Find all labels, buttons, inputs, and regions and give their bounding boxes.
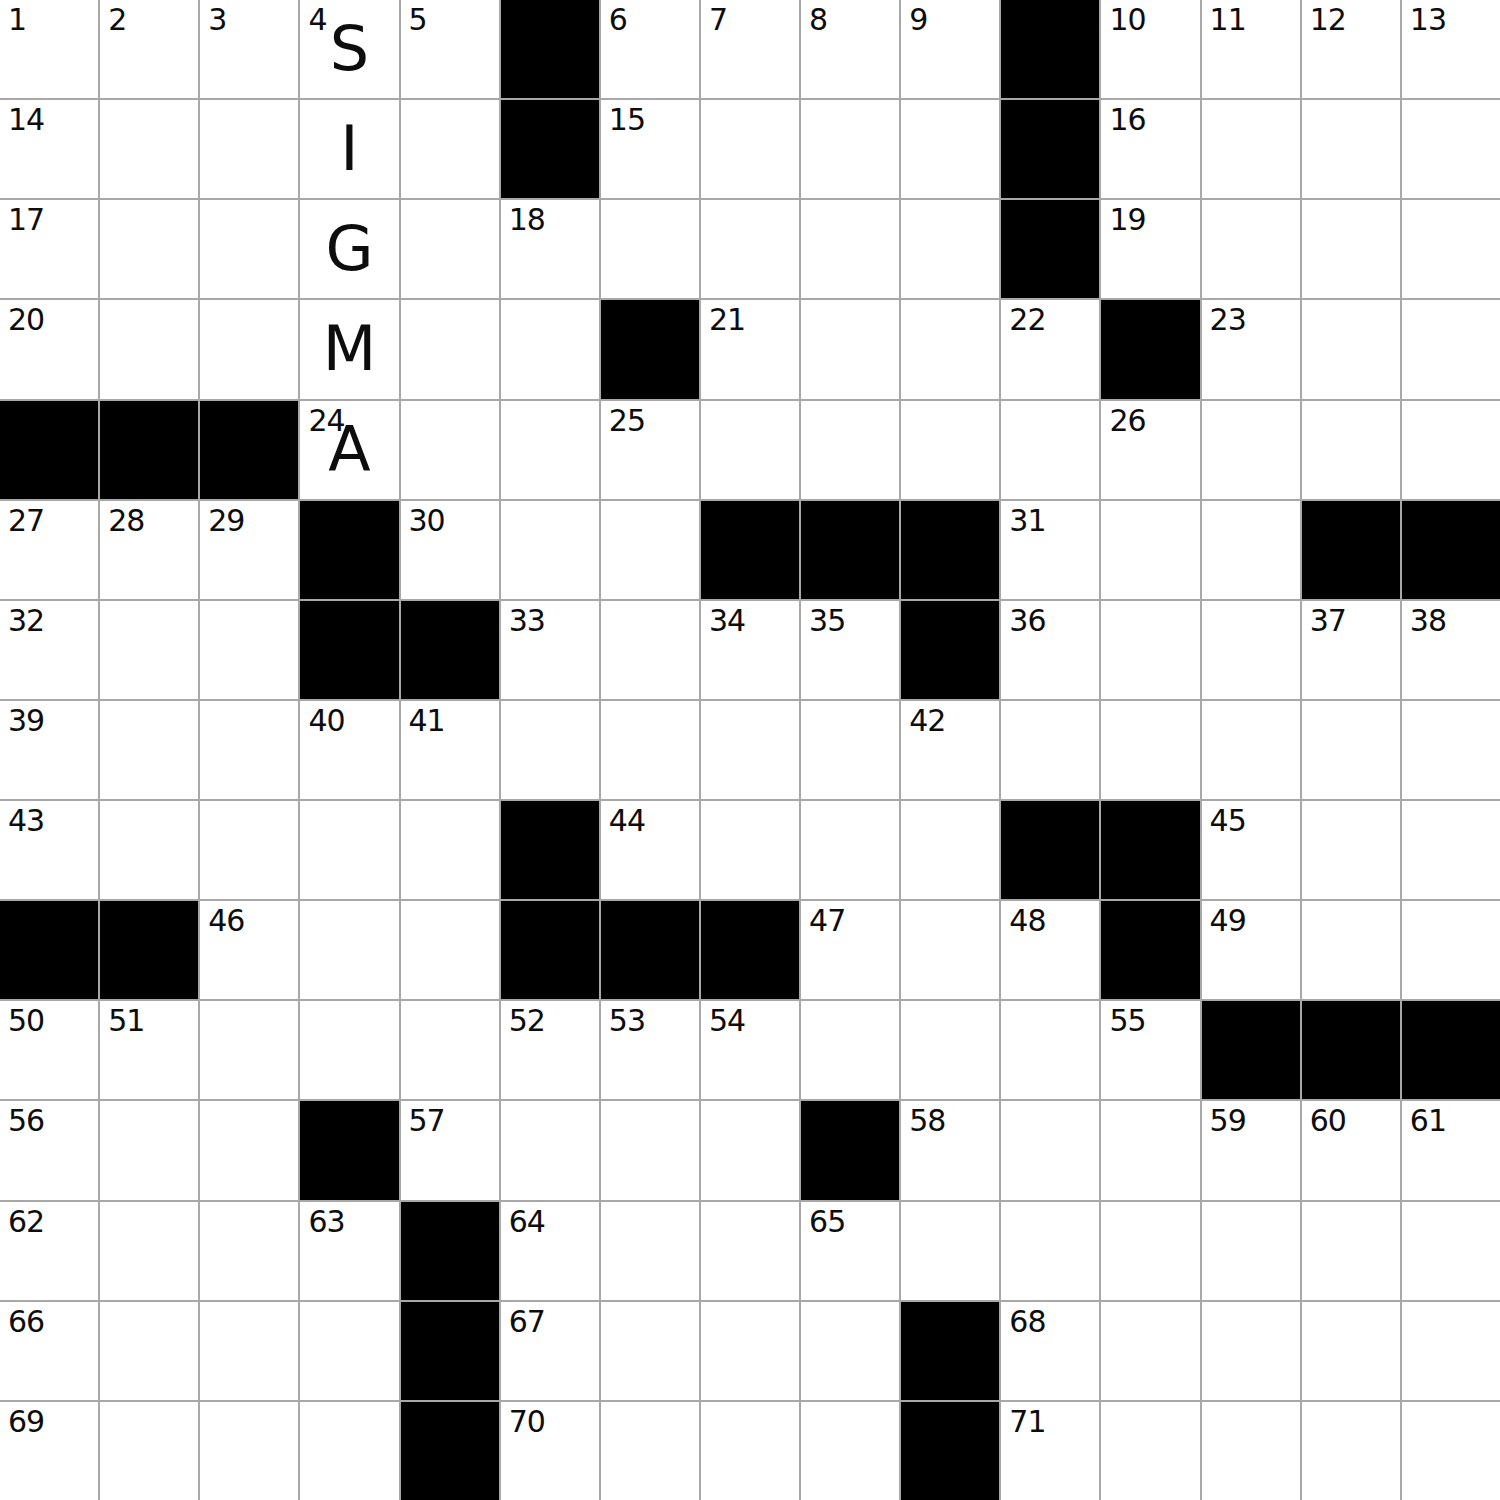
white-cell[interactable]: 58 <box>901 1101 999 1199</box>
white-cell[interactable] <box>601 1101 699 1199</box>
white-cell[interactable]: 67 <box>501 1302 599 1400</box>
white-cell[interactable]: 19 <box>1101 200 1199 298</box>
black-cell <box>901 501 999 599</box>
clue-number: 49 <box>1210 904 1246 937</box>
clue-number: 59 <box>1210 1104 1246 1137</box>
white-cell[interactable] <box>1202 401 1300 499</box>
white-cell[interactable] <box>300 1001 398 1099</box>
black-cell <box>601 300 699 398</box>
black-cell <box>501 801 599 899</box>
white-cell[interactable]: 21 <box>701 300 799 398</box>
white-cell[interactable]: 42 <box>901 701 999 799</box>
white-cell[interactable]: 23 <box>1202 300 1300 398</box>
white-cell[interactable] <box>200 601 298 699</box>
clue-number: 2 <box>108 3 126 36</box>
white-cell[interactable]: 18 <box>501 200 599 298</box>
white-cell[interactable] <box>1302 1302 1400 1400</box>
white-cell[interactable]: 11 <box>1202 0 1300 98</box>
white-cell[interactable] <box>801 1402 899 1500</box>
white-cell[interactable] <box>801 701 899 799</box>
white-cell[interactable] <box>200 801 298 899</box>
white-cell[interactable]: 33 <box>501 601 599 699</box>
white-cell[interactable] <box>100 1202 198 1300</box>
white-cell[interactable] <box>100 1402 198 1500</box>
white-cell[interactable]: 53 <box>601 1001 699 1099</box>
cell-letter: M <box>300 300 398 398</box>
cell-letter: I <box>300 100 398 198</box>
clue-number: 41 <box>409 704 445 737</box>
white-cell[interactable]: 37 <box>1302 601 1400 699</box>
white-cell[interactable] <box>401 1001 499 1099</box>
clue-number: 23 <box>1210 303 1246 336</box>
black-cell <box>1001 100 1099 198</box>
white-cell[interactable] <box>1001 1202 1099 1300</box>
clue-number: 68 <box>1009 1305 1045 1338</box>
black-cell <box>300 1101 398 1199</box>
white-cell[interactable] <box>1402 901 1500 999</box>
clue-number: 11 <box>1210 3 1246 36</box>
clue-number: 28 <box>108 504 144 537</box>
white-cell[interactable] <box>1101 601 1199 699</box>
white-cell[interactable] <box>601 501 699 599</box>
clue-number: 46 <box>208 904 244 937</box>
black-cell <box>100 401 198 499</box>
clue-number: 64 <box>509 1205 545 1238</box>
white-cell[interactable] <box>901 200 999 298</box>
clue-number: 31 <box>1009 504 1045 537</box>
black-cell <box>1402 501 1500 599</box>
white-cell[interactable] <box>100 601 198 699</box>
white-cell[interactable] <box>601 1302 699 1400</box>
clue-number: 57 <box>409 1104 445 1137</box>
black-cell <box>1202 1001 1300 1099</box>
white-cell[interactable] <box>1101 1101 1199 1199</box>
white-cell[interactable] <box>701 1402 799 1500</box>
clue-number: 18 <box>509 203 545 236</box>
white-cell[interactable] <box>801 1302 899 1400</box>
white-cell[interactable]: 63 <box>300 1202 398 1300</box>
white-cell[interactable] <box>1202 1202 1300 1300</box>
white-cell[interactable] <box>300 801 398 899</box>
cell-letter: G <box>300 200 398 298</box>
white-cell[interactable]: 10 <box>1101 0 1199 98</box>
black-cell <box>100 901 198 999</box>
black-cell <box>501 901 599 999</box>
white-cell[interactable] <box>701 1202 799 1300</box>
white-cell[interactable] <box>1101 501 1199 599</box>
white-cell[interactable] <box>401 300 499 398</box>
white-cell[interactable]: 26 <box>1101 401 1199 499</box>
white-cell[interactable]: 68 <box>1001 1302 1099 1400</box>
white-cell[interactable] <box>601 200 699 298</box>
white-cell[interactable] <box>801 200 899 298</box>
clue-number: 17 <box>8 203 44 236</box>
clue-number: 37 <box>1310 604 1346 637</box>
white-cell[interactable] <box>901 1001 999 1099</box>
clue-number: 30 <box>409 504 445 537</box>
white-cell[interactable] <box>100 801 198 899</box>
clue-number: 56 <box>8 1104 44 1137</box>
white-cell[interactable]: 7 <box>701 0 799 98</box>
white-cell[interactable] <box>1402 100 1500 198</box>
white-cell[interactable] <box>1101 701 1199 799</box>
white-cell[interactable]: 57 <box>401 1101 499 1199</box>
clue-number: 25 <box>609 404 645 437</box>
white-cell[interactable]: 17 <box>0 200 98 298</box>
white-cell[interactable]: 6 <box>601 0 699 98</box>
white-cell[interactable] <box>701 801 799 899</box>
black-cell <box>1101 801 1199 899</box>
clue-number: 21 <box>709 303 745 336</box>
white-cell[interactable] <box>1101 1302 1199 1400</box>
white-cell[interactable] <box>100 200 198 298</box>
white-cell[interactable]: 20 <box>0 300 98 398</box>
white-cell[interactable] <box>1302 801 1400 899</box>
clue-number: 61 <box>1410 1104 1446 1137</box>
white-cell[interactable] <box>200 300 298 398</box>
clue-number: 58 <box>909 1104 945 1137</box>
white-cell[interactable] <box>901 1202 999 1300</box>
white-cell[interactable] <box>1202 701 1300 799</box>
white-cell[interactable] <box>701 100 799 198</box>
white-cell[interactable]: I <box>300 100 398 198</box>
clue-number: 34 <box>709 604 745 637</box>
black-cell <box>1001 200 1099 298</box>
black-cell <box>801 1101 899 1199</box>
white-cell[interactable] <box>1101 1202 1199 1300</box>
white-cell[interactable] <box>501 501 599 599</box>
white-cell[interactable] <box>1402 300 1500 398</box>
clue-number: 26 <box>1109 404 1145 437</box>
clue-number: 71 <box>1009 1405 1045 1438</box>
clue-number: 60 <box>1310 1104 1346 1137</box>
white-cell[interactable] <box>1302 300 1400 398</box>
white-cell[interactable]: 15 <box>601 100 699 198</box>
clue-number: 16 <box>1109 103 1145 136</box>
clue-number: 47 <box>809 904 845 937</box>
black-cell <box>501 0 599 98</box>
clue-number: 35 <box>809 604 845 637</box>
white-cell[interactable] <box>100 1101 198 1199</box>
clue-number: 5 <box>409 3 427 36</box>
white-cell[interactable]: 49 <box>1202 901 1300 999</box>
white-cell[interactable]: 2 <box>100 0 198 98</box>
clue-number: 6 <box>609 3 627 36</box>
white-cell[interactable]: 50 <box>0 1001 98 1099</box>
black-cell <box>200 401 298 499</box>
white-cell[interactable] <box>200 1001 298 1099</box>
black-cell <box>1101 300 1199 398</box>
white-cell[interactable]: 47 <box>801 901 899 999</box>
white-cell[interactable]: 5 <box>401 0 499 98</box>
white-cell[interactable] <box>1001 701 1099 799</box>
clue-number: 39 <box>8 704 44 737</box>
white-cell[interactable] <box>1302 401 1400 499</box>
black-cell <box>501 100 599 198</box>
black-cell <box>0 901 98 999</box>
white-cell[interactable]: 56 <box>0 1101 98 1199</box>
white-cell[interactable]: 1 <box>0 0 98 98</box>
clue-number: 38 <box>1410 604 1446 637</box>
white-cell[interactable] <box>200 1402 298 1500</box>
black-cell <box>1001 801 1099 899</box>
white-cell[interactable] <box>401 401 499 499</box>
clue-number: 27 <box>8 504 44 537</box>
black-cell <box>701 901 799 999</box>
white-cell[interactable] <box>1402 1202 1500 1300</box>
white-cell[interactable] <box>300 901 398 999</box>
white-cell[interactable]: G <box>300 200 398 298</box>
white-cell[interactable] <box>1302 200 1400 298</box>
clue-number: 67 <box>509 1305 545 1338</box>
white-cell[interactable]: 13 <box>1402 0 1500 98</box>
white-cell[interactable] <box>1402 1302 1500 1400</box>
black-cell <box>401 1302 499 1400</box>
white-cell[interactable] <box>701 1101 799 1199</box>
white-cell[interactable] <box>1402 401 1500 499</box>
white-cell[interactable] <box>501 300 599 398</box>
white-cell[interactable] <box>1302 1202 1400 1300</box>
white-cell[interactable] <box>901 901 999 999</box>
white-cell[interactable] <box>801 100 899 198</box>
clue-number: 44 <box>609 804 645 837</box>
clue-number: 69 <box>8 1405 44 1438</box>
white-cell[interactable]: 14 <box>0 100 98 198</box>
white-cell[interactable] <box>801 300 899 398</box>
clue-number: 15 <box>609 103 645 136</box>
white-cell[interactable]: 22 <box>1001 300 1099 398</box>
clue-number: 3 <box>208 3 226 36</box>
white-cell[interactable] <box>1202 1402 1300 1500</box>
clue-number: 10 <box>1109 3 1145 36</box>
white-cell[interactable]: 25 <box>601 401 699 499</box>
clue-number: 19 <box>1109 203 1145 236</box>
black-cell <box>300 501 398 599</box>
black-cell <box>601 901 699 999</box>
white-cell[interactable] <box>300 1402 398 1500</box>
white-cell[interactable] <box>200 701 298 799</box>
white-cell[interactable]: 29 <box>200 501 298 599</box>
white-cell[interactable]: 52 <box>501 1001 599 1099</box>
white-cell[interactable]: 32 <box>0 601 98 699</box>
white-cell[interactable] <box>200 1202 298 1300</box>
white-cell[interactable] <box>701 200 799 298</box>
white-cell[interactable]: 69 <box>0 1402 98 1500</box>
white-cell[interactable]: 71 <box>1001 1402 1099 1500</box>
clue-number: 65 <box>809 1205 845 1238</box>
white-cell[interactable] <box>100 1302 198 1400</box>
white-cell[interactable] <box>1402 701 1500 799</box>
clue-number: 32 <box>8 604 44 637</box>
white-cell[interactable]: 16 <box>1101 100 1199 198</box>
clue-number: 33 <box>509 604 545 637</box>
white-cell[interactable] <box>401 100 499 198</box>
clue-number: 22 <box>1009 303 1045 336</box>
white-cell[interactable]: 12 <box>1302 0 1400 98</box>
white-cell[interactable]: 55 <box>1101 1001 1199 1099</box>
white-cell[interactable] <box>1402 1402 1500 1500</box>
white-cell[interactable] <box>1101 1402 1199 1500</box>
clue-number: 29 <box>208 504 244 537</box>
white-cell[interactable]: 54 <box>701 1001 799 1099</box>
white-cell[interactable]: 35 <box>801 601 899 699</box>
white-cell[interactable]: 41 <box>401 701 499 799</box>
white-cell[interactable] <box>601 601 699 699</box>
white-cell[interactable]: 65 <box>801 1202 899 1300</box>
clue-number: 14 <box>8 103 44 136</box>
white-cell[interactable] <box>1202 200 1300 298</box>
clue-number: 45 <box>1210 804 1246 837</box>
clue-number: 1 <box>8 3 26 36</box>
white-cell[interactable]: 4S <box>300 0 398 98</box>
white-cell[interactable] <box>1001 1101 1099 1199</box>
clue-number: 55 <box>1109 1004 1145 1037</box>
white-cell[interactable] <box>1302 701 1400 799</box>
white-cell[interactable] <box>1202 100 1300 198</box>
white-cell[interactable] <box>200 100 298 198</box>
white-cell[interactable]: 60 <box>1302 1101 1400 1199</box>
white-cell[interactable] <box>100 701 198 799</box>
clue-number: 50 <box>8 1004 44 1037</box>
white-cell[interactable] <box>401 901 499 999</box>
white-cell[interactable]: 30 <box>401 501 499 599</box>
white-cell[interactable]: 27 <box>0 501 98 599</box>
white-cell[interactable]: 8 <box>801 0 899 98</box>
white-cell[interactable] <box>1402 200 1500 298</box>
white-cell[interactable]: 66 <box>0 1302 98 1400</box>
white-cell[interactable] <box>601 1202 699 1300</box>
white-cell[interactable]: 59 <box>1202 1101 1300 1199</box>
clue-number: 53 <box>609 1004 645 1037</box>
black-cell <box>1402 1001 1500 1099</box>
clue-number: 70 <box>509 1405 545 1438</box>
clue-number: 20 <box>8 303 44 336</box>
white-cell[interactable] <box>601 1402 699 1500</box>
clue-number: 13 <box>1410 3 1446 36</box>
white-cell[interactable]: 62 <box>0 1202 98 1300</box>
black-cell <box>1302 501 1400 599</box>
black-cell <box>401 1202 499 1300</box>
white-cell[interactable]: 70 <box>501 1402 599 1500</box>
clue-number: 42 <box>909 704 945 737</box>
clue-number: 43 <box>8 804 44 837</box>
white-cell[interactable] <box>1202 501 1300 599</box>
white-cell[interactable]: 44 <box>601 801 699 899</box>
clue-number: 66 <box>8 1305 44 1338</box>
white-cell[interactable] <box>1001 1001 1099 1099</box>
white-cell[interactable]: 34 <box>701 601 799 699</box>
white-cell[interactable]: 48 <box>1001 901 1099 999</box>
white-cell[interactable]: 39 <box>0 701 98 799</box>
white-cell[interactable] <box>1202 1302 1300 1400</box>
clue-number: 54 <box>709 1004 745 1037</box>
white-cell[interactable] <box>501 1101 599 1199</box>
white-cell[interactable]: 38 <box>1402 601 1500 699</box>
clue-number: 36 <box>1009 604 1045 637</box>
white-cell[interactable] <box>200 200 298 298</box>
clue-number: 48 <box>1009 904 1045 937</box>
black-cell <box>901 1402 999 1500</box>
white-cell[interactable] <box>300 1302 398 1400</box>
white-cell[interactable]: 45 <box>1202 801 1300 899</box>
white-cell[interactable]: 61 <box>1402 1101 1500 1199</box>
clue-number: 62 <box>8 1205 44 1238</box>
white-cell[interactable] <box>200 1101 298 1199</box>
black-cell <box>701 501 799 599</box>
white-cell[interactable]: 24A <box>300 401 398 499</box>
white-cell[interactable] <box>100 100 198 198</box>
white-cell[interactable] <box>1302 901 1400 999</box>
white-cell[interactable] <box>901 401 999 499</box>
white-cell[interactable]: 9 <box>901 0 999 98</box>
white-cell[interactable] <box>100 300 198 398</box>
white-cell[interactable] <box>1302 100 1400 198</box>
black-cell <box>801 501 899 599</box>
white-cell[interactable]: 43 <box>0 801 98 899</box>
cell-letter: A <box>300 401 398 499</box>
black-cell <box>1001 0 1099 98</box>
clue-number: 12 <box>1310 3 1346 36</box>
black-cell <box>1101 901 1199 999</box>
white-cell[interactable] <box>701 1302 799 1400</box>
crossword-grid: 1234S567891011121314I151617G181920M21222… <box>0 0 1500 1500</box>
clue-number: 40 <box>308 704 344 737</box>
white-cell[interactable] <box>1302 1402 1400 1500</box>
white-cell[interactable] <box>701 401 799 499</box>
cell-letter: S <box>300 0 398 98</box>
white-cell[interactable] <box>901 300 999 398</box>
white-cell[interactable] <box>901 100 999 198</box>
black-cell <box>401 601 499 699</box>
white-cell[interactable] <box>901 801 999 899</box>
white-cell[interactable] <box>401 801 499 899</box>
white-cell[interactable] <box>801 1001 899 1099</box>
black-cell <box>1302 1001 1400 1099</box>
white-cell[interactable] <box>1001 401 1099 499</box>
clue-number: 52 <box>509 1004 545 1037</box>
black-cell <box>901 1302 999 1400</box>
clue-number: 51 <box>108 1004 144 1037</box>
white-cell[interactable] <box>701 701 799 799</box>
clue-number: 9 <box>909 3 927 36</box>
white-cell[interactable]: 31 <box>1001 501 1099 599</box>
white-cell[interactable] <box>601 701 699 799</box>
white-cell[interactable]: 28 <box>100 501 198 599</box>
white-cell[interactable]: 3 <box>200 0 298 98</box>
clue-number: 63 <box>308 1205 344 1238</box>
white-cell[interactable]: 36 <box>1001 601 1099 699</box>
clue-number: 7 <box>709 3 727 36</box>
white-cell[interactable] <box>801 801 899 899</box>
white-cell[interactable] <box>501 401 599 499</box>
black-cell <box>300 601 398 699</box>
black-cell <box>0 401 98 499</box>
white-cell[interactable]: M <box>300 300 398 398</box>
white-cell[interactable] <box>801 401 899 499</box>
white-cell[interactable]: 64 <box>501 1202 599 1300</box>
white-cell[interactable] <box>1402 801 1500 899</box>
white-cell[interactable] <box>1202 601 1300 699</box>
black-cell <box>901 601 999 699</box>
black-cell <box>401 1402 499 1500</box>
white-cell[interactable] <box>200 1302 298 1400</box>
white-cell[interactable] <box>501 701 599 799</box>
white-cell[interactable] <box>401 200 499 298</box>
white-cell[interactable]: 46 <box>200 901 298 999</box>
clue-number: 8 <box>809 3 827 36</box>
white-cell[interactable]: 40 <box>300 701 398 799</box>
white-cell[interactable]: 51 <box>100 1001 198 1099</box>
